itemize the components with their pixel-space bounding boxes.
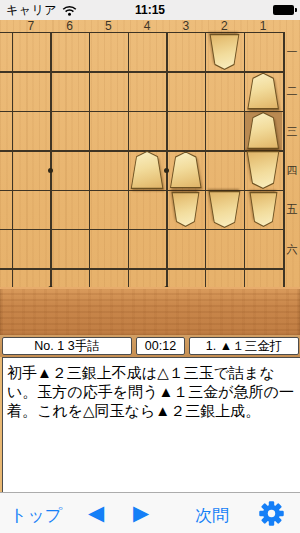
info-bar: No. 1 3手詰 00:12 1. ▲１三金打 [0, 335, 300, 357]
shogi-piece-桂馬-2一[interactable]: 桂馬 [209, 34, 240, 70]
star-point [48, 168, 53, 173]
board-grid-line [128, 32, 129, 287]
shogi-piece-飛車-4四[interactable]: 飛車 [130, 151, 164, 189]
bottom-toolbar: トップ ◀ ▶ 次問 [0, 492, 300, 533]
shogi-piece-歩兵-3五[interactable]: 歩兵 [171, 192, 200, 227]
board-grid-line [12, 32, 13, 287]
rank-label: 五 [284, 202, 300, 216]
board-grid-line [244, 32, 245, 287]
battery-icon [273, 5, 294, 15]
board-grid-line [89, 32, 90, 287]
piece-kanji: 銀将 [257, 106, 270, 108]
star-point [164, 168, 169, 173]
top-button[interactable]: トップ [10, 504, 62, 527]
shogi-board[interactable]: 7654321一二三四五六桂馬銀将金将玉将飛車銀将歩兵銀将香車 [0, 20, 300, 335]
board-grid-line [0, 111, 283, 112]
piece-kanji: 歩兵 [180, 193, 193, 195]
board-grid-line [0, 71, 283, 72]
rank-label: 一 [284, 45, 300, 59]
file-label: 5 [98, 20, 118, 32]
piece-kanji: 銀将 [180, 185, 193, 187]
rank-label: 二 [284, 84, 300, 98]
file-label: 3 [176, 20, 196, 32]
shogi-piece-銀将-2五[interactable]: 銀将 [208, 191, 241, 228]
settings-button[interactable] [258, 500, 285, 532]
piece-kanji: 金将 [257, 146, 270, 148]
file-label: 7 [21, 20, 41, 32]
board-grid-line [205, 32, 206, 287]
timer-display: 00:12 [136, 337, 185, 355]
clock: 11:15 [0, 3, 300, 17]
file-label: 1 [253, 20, 273, 32]
board-grid-line [50, 32, 51, 287]
rank-label: 四 [284, 163, 300, 177]
rank-label: 三 [284, 124, 300, 138]
next-problem-button[interactable]: 次問 [195, 504, 229, 527]
board-grid-line [0, 229, 283, 230]
wood-shelf [0, 287, 300, 335]
file-label: 2 [214, 20, 234, 32]
file-label: 6 [60, 20, 80, 32]
board-grid-line [0, 268, 283, 269]
problem-number-badge: No. 1 3手詰 [2, 337, 132, 355]
piece-kanji: 飛車 [141, 186, 154, 188]
shogi-piece-銀将-1二[interactable]: 銀将 [247, 73, 280, 110]
piece-kanji: 香車 [257, 193, 270, 195]
prev-move-button[interactable]: ◀ [88, 501, 104, 525]
shogi-piece-玉将-1四[interactable]: 玉将 [246, 151, 280, 189]
board-grid-line [166, 32, 167, 287]
piece-kanji: 玉将 [257, 152, 270, 154]
shogi-piece-香車-1五[interactable]: 香車 [249, 192, 278, 227]
rank-label: 六 [284, 242, 300, 256]
gear-icon [258, 512, 285, 531]
shogi-piece-金将-1三[interactable]: 金将 [247, 112, 280, 149]
commentary-text: 初手▲２三銀上不成は△１三玉で詰まない。玉方の応手を問う▲１三金が急所の一着。こ… [2, 357, 300, 494]
current-move-display: 1. ▲１三金打 [189, 337, 299, 355]
piece-kanji: 銀将 [218, 192, 231, 194]
board-grid-line [0, 32, 283, 33]
next-move-button[interactable]: ▶ [133, 501, 149, 525]
file-label: 4 [137, 20, 157, 32]
status-bar: キャリア 11:15 [0, 0, 300, 20]
shogi-piece-銀将-3四[interactable]: 銀将 [169, 151, 202, 188]
